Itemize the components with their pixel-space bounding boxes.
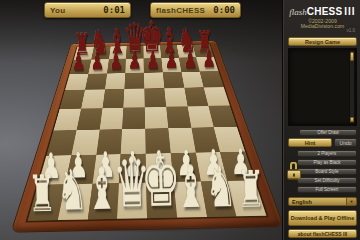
- locked-button-4[interactable]: Full Screen: [297, 186, 357, 193]
- white-bishop-f1[interactable]: ♝: [174, 157, 207, 216]
- square-c7[interactable]: ♟: [107, 59, 126, 74]
- black-pawn-b7[interactable]: ♟: [90, 49, 104, 73]
- white-knight-b1[interactable]: ♞: [56, 162, 88, 219]
- white-knight-g1[interactable]: ♞: [205, 159, 237, 216]
- square-e6[interactable]: [144, 72, 164, 89]
- black-pawn-a7[interactable]: ♟: [72, 49, 86, 73]
- locked-options-group: 2 PlayersPlay as BlackBoard StyleSet Dif…: [288, 150, 357, 193]
- download-offline-button[interactable]: Download & Play Offline: [288, 210, 357, 226]
- locked-button-0[interactable]: 2 Players: [297, 150, 357, 157]
- square-e5[interactable]: [144, 88, 166, 107]
- app-logo: flashCHESSIII ©2002-2009 MediaDivision.c…: [288, 2, 357, 34]
- square-c4[interactable]: [99, 108, 123, 130]
- logo-iii-text: III: [344, 6, 355, 17]
- square-g1[interactable]: ♞: [201, 181, 237, 217]
- square-b7[interactable]: ♟: [88, 59, 108, 74]
- square-h4[interactable]: [209, 105, 237, 127]
- scrollbar-down-button[interactable]: [350, 117, 354, 122]
- square-h6[interactable]: [200, 71, 224, 87]
- square-c5[interactable]: [102, 89, 124, 108]
- padlock-icon: [286, 161, 301, 181]
- square-d6[interactable]: [125, 73, 145, 90]
- square-e7[interactable]: ♟: [144, 58, 163, 73]
- square-d4[interactable]: [122, 107, 145, 129]
- locked-button-3[interactable]: Set Difficulty: [297, 177, 357, 184]
- undo-button[interactable]: Undo: [334, 138, 357, 147]
- language-select[interactable]: English ▼: [288, 197, 357, 206]
- square-d5[interactable]: [123, 89, 144, 108]
- square-f1[interactable]: ♝: [173, 182, 206, 218]
- offer-draw-button[interactable]: Offer Draw: [299, 129, 357, 136]
- square-a4[interactable]: [54, 109, 81, 131]
- black-pawn-c7[interactable]: ♟: [109, 48, 123, 72]
- square-b5[interactable]: [81, 90, 105, 109]
- square-e4[interactable]: [145, 107, 168, 129]
- move-list-scrollbar[interactable]: [349, 50, 355, 124]
- move-list-panel[interactable]: [288, 48, 357, 126]
- square-c6[interactable]: [105, 73, 126, 90]
- black-pawn-f7[interactable]: ♟: [165, 47, 179, 71]
- black-pawn-h7[interactable]: ♟: [202, 46, 216, 70]
- black-pawn-d7[interactable]: ♟: [128, 48, 142, 72]
- logo-chess-text: CHESS: [307, 6, 342, 17]
- square-g7[interactable]: ♟: [179, 57, 200, 72]
- app-logo-title: flashCHESSIII: [288, 2, 357, 19]
- resign-game-button[interactable]: Resign Game: [288, 37, 357, 46]
- square-h7[interactable]: ♟: [196, 57, 218, 72]
- hint-undo-row: Hint Undo: [288, 138, 357, 147]
- locked-button-2[interactable]: Board Style: [297, 168, 357, 175]
- square-f7[interactable]: ♟: [161, 58, 181, 73]
- language-select-value: English: [292, 199, 312, 205]
- logo-flash-text: flash: [289, 7, 307, 17]
- white-rook-a1[interactable]: ♜: [28, 168, 57, 219]
- black-pawn-e7[interactable]: ♟: [146, 48, 160, 72]
- chess-board[interactable]: ♜♞♝♛♚♝♞♜♟♟♟♟♟♟♟♟♟♟♟♟♟♟♟♟♜♞♝♛♚♝♞♜: [10, 41, 284, 233]
- scrollbar-thumb[interactable]: [350, 52, 354, 61]
- chevron-down-icon[interactable]: ▼: [346, 198, 356, 205]
- locked-button-1[interactable]: Play as Black: [297, 159, 357, 166]
- board-scene: ♜♞♝♛♚♝♞♜♟♟♟♟♟♟♟♟♟♟♟♟♟♟♟♟♜♞♝♛♚♝♞♜: [6, 0, 285, 240]
- square-h5[interactable]: [204, 87, 230, 106]
- white-rook-h1[interactable]: ♜: [236, 164, 265, 215]
- board-grid[interactable]: ♜♞♝♛♚♝♞♜♟♟♟♟♟♟♟♟♟♟♟♟♟♟♟♟♜♞♝♛♚♝♞♜: [28, 44, 267, 220]
- flashchess-app-window: You 0:01 flashCHESS 0:00 ♜♞♝♛♚♝♞♜♟♟♟♟♟♟♟…: [0, 0, 360, 240]
- square-b6[interactable]: [85, 73, 107, 90]
- sidebar-panel: flashCHESSIII ©2002-2009 MediaDivision.c…: [282, 0, 360, 240]
- square-d7[interactable]: ♟: [125, 58, 144, 73]
- about-button[interactable]: about flashCHESS III: [288, 229, 357, 238]
- black-pawn-g7[interactable]: ♟: [183, 47, 197, 71]
- square-e1[interactable]: ♚: [146, 182, 177, 218]
- square-b4[interactable]: [76, 108, 102, 130]
- hint-button[interactable]: Hint: [288, 138, 332, 147]
- version-text: v1.0: [288, 29, 355, 34]
